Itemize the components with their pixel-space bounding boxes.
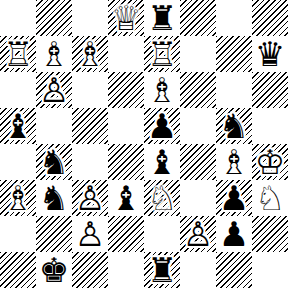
black-pawn-piece: ♟: [219, 180, 249, 216]
square-h3[interactable]: ♘: [252, 180, 288, 216]
square-g8[interactable]: [216, 0, 252, 36]
square-f4[interactable]: [180, 144, 216, 180]
square-g6[interactable]: [216, 72, 252, 108]
white-bishop-piece: ♗: [39, 36, 69, 72]
black-pawn-piece: ♟: [147, 108, 177, 144]
white-rook-piece: ♖: [3, 36, 33, 72]
square-h2[interactable]: [252, 216, 288, 252]
black-queen-piece: ♛: [255, 36, 285, 72]
square-f6[interactable]: [180, 72, 216, 108]
square-b2[interactable]: [36, 216, 72, 252]
square-e4[interactable]: ♝: [144, 144, 180, 180]
white-bishop-piece: ♗: [3, 180, 33, 216]
square-e2[interactable]: [144, 216, 180, 252]
square-f2[interactable]: ♙: [180, 216, 216, 252]
square-f7[interactable]: [180, 36, 216, 72]
square-c1[interactable]: [72, 252, 108, 288]
square-h1[interactable]: [252, 252, 288, 288]
white-rook-piece: ♖: [147, 36, 177, 72]
square-d4[interactable]: [108, 144, 144, 180]
white-queen-piece: ♕: [111, 0, 141, 36]
white-pawn-piece: ♙: [75, 216, 105, 252]
white-bishop-piece: ♗: [147, 72, 177, 108]
square-a6[interactable]: [0, 72, 36, 108]
black-bishop-piece: ♝: [111, 180, 141, 216]
square-c6[interactable]: [72, 72, 108, 108]
square-g3[interactable]: ♟: [216, 180, 252, 216]
square-g2[interactable]: ♟: [216, 216, 252, 252]
square-b4[interactable]: ♞: [36, 144, 72, 180]
square-a8[interactable]: [0, 0, 36, 36]
white-bishop-piece: ♗: [75, 36, 105, 72]
black-bishop-piece: ♝: [3, 108, 33, 144]
square-h4[interactable]: ♔: [252, 144, 288, 180]
chess-board: ♕♜♖♗♗♖♛♙♗♝♟♞♞♝♗♔♗♞♙♝♘♟♘♙♙♟♚♜: [0, 0, 288, 288]
square-e6[interactable]: ♗: [144, 72, 180, 108]
black-pawn-piece: ♟: [219, 216, 249, 252]
square-c2[interactable]: ♙: [72, 216, 108, 252]
square-d7[interactable]: [108, 36, 144, 72]
square-d5[interactable]: [108, 108, 144, 144]
square-g7[interactable]: [216, 36, 252, 72]
square-f1[interactable]: [180, 252, 216, 288]
square-e7[interactable]: ♖: [144, 36, 180, 72]
black-king-piece: ♚: [39, 252, 69, 288]
square-d8[interactable]: ♕: [108, 0, 144, 36]
white-knight-piece: ♘: [147, 180, 177, 216]
square-h8[interactable]: [252, 0, 288, 36]
square-d1[interactable]: [108, 252, 144, 288]
black-rook-piece: ♜: [147, 0, 177, 36]
square-b3[interactable]: ♞: [36, 180, 72, 216]
black-rook-piece: ♜: [147, 252, 177, 288]
square-a5[interactable]: ♝: [0, 108, 36, 144]
white-king-piece: ♔: [255, 144, 285, 180]
black-bishop-piece: ♝: [147, 144, 177, 180]
square-b8[interactable]: [36, 0, 72, 36]
square-h6[interactable]: [252, 72, 288, 108]
square-e8[interactable]: ♜: [144, 0, 180, 36]
square-b1[interactable]: ♚: [36, 252, 72, 288]
square-g1[interactable]: [216, 252, 252, 288]
black-knight-piece: ♞: [39, 180, 69, 216]
white-knight-piece: ♘: [255, 180, 285, 216]
square-h5[interactable]: [252, 108, 288, 144]
chess-diagram: ♕♜♖♗♗♖♛♙♗♝♟♞♞♝♗♔♗♞♙♝♘♟♘♙♙♟♚♜: [0, 0, 288, 288]
black-knight-piece: ♞: [39, 144, 69, 180]
square-e5[interactable]: ♟: [144, 108, 180, 144]
square-f5[interactable]: [180, 108, 216, 144]
square-c5[interactable]: [72, 108, 108, 144]
square-g5[interactable]: ♞: [216, 108, 252, 144]
black-knight-piece: ♞: [219, 108, 249, 144]
white-bishop-piece: ♗: [219, 144, 249, 180]
square-b7[interactable]: ♗: [36, 36, 72, 72]
square-a7[interactable]: ♖: [0, 36, 36, 72]
square-d6[interactable]: [108, 72, 144, 108]
square-g4[interactable]: ♗: [216, 144, 252, 180]
square-b6[interactable]: ♙: [36, 72, 72, 108]
square-c3[interactable]: ♙: [72, 180, 108, 216]
white-pawn-piece: ♙: [75, 180, 105, 216]
square-e3[interactable]: ♘: [144, 180, 180, 216]
square-b5[interactable]: [36, 108, 72, 144]
square-f3[interactable]: [180, 180, 216, 216]
square-c7[interactable]: ♗: [72, 36, 108, 72]
square-d3[interactable]: ♝: [108, 180, 144, 216]
square-a3[interactable]: ♗: [0, 180, 36, 216]
square-e1[interactable]: ♜: [144, 252, 180, 288]
square-a2[interactable]: [0, 216, 36, 252]
square-c4[interactable]: [72, 144, 108, 180]
white-pawn-piece: ♙: [39, 72, 69, 108]
square-c8[interactable]: [72, 0, 108, 36]
square-h7[interactable]: ♛: [252, 36, 288, 72]
square-f8[interactable]: [180, 0, 216, 36]
square-a4[interactable]: [0, 144, 36, 180]
white-pawn-piece: ♙: [183, 216, 213, 252]
square-a1[interactable]: [0, 252, 36, 288]
square-d2[interactable]: [108, 216, 144, 252]
